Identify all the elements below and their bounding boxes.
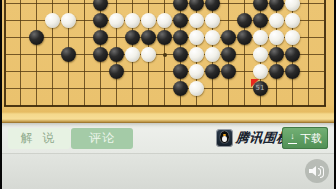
- grid-line-vertical: [324, 0, 326, 106]
- white-stone: [253, 64, 268, 79]
- speaker-cone: [310, 166, 316, 176]
- go-board[interactable]: 51: [0, 0, 336, 123]
- white-stone: [125, 13, 140, 28]
- download-label: 下载: [300, 131, 322, 146]
- move-number-label: 51: [253, 81, 268, 96]
- white-stone: [269, 13, 284, 28]
- brand-logo[interactable]: 腾讯围棋: [216, 128, 290, 148]
- download-button[interactable]: ↓ 下载: [282, 127, 328, 149]
- grid-line-horizontal: [4, 88, 326, 89]
- white-stone: [61, 13, 76, 28]
- penguin-logo-icon: [216, 129, 233, 147]
- white-stone: [125, 47, 140, 62]
- black-stone: [269, 0, 284, 11]
- black-stone: 51: [253, 81, 268, 96]
- white-stone: [45, 13, 60, 28]
- black-stone: [237, 13, 252, 28]
- black-stone: [285, 47, 300, 62]
- white-stone: [205, 47, 220, 62]
- black-stone: [253, 0, 268, 11]
- white-stone: [269, 30, 284, 45]
- penguin-beak: [223, 134, 226, 136]
- white-stone: [285, 13, 300, 28]
- star-point: [163, 53, 167, 57]
- grid-line-vertical: [4, 0, 6, 106]
- white-stone: [189, 13, 204, 28]
- grid-line-vertical: [20, 0, 21, 106]
- white-stone: [189, 64, 204, 79]
- download-icon: ↓: [288, 133, 297, 144]
- left-letterbox-bar: [0, 0, 2, 189]
- black-stone: [109, 64, 124, 79]
- white-stone: [189, 30, 204, 45]
- speaker-icon[interactable]: [305, 159, 329, 183]
- white-stone: [205, 13, 220, 28]
- black-stone: [221, 64, 236, 79]
- white-stone: [189, 47, 204, 62]
- grid-line-vertical: [308, 0, 309, 106]
- white-stone: [141, 13, 156, 28]
- white-stone: [253, 47, 268, 62]
- white-stone: [157, 13, 172, 28]
- black-stone: [253, 13, 268, 28]
- black-stone: [173, 64, 188, 79]
- toolbar: 解 说 评论 腾讯围棋 ↓ 下载: [0, 123, 336, 154]
- black-stone: [269, 64, 284, 79]
- black-stone: [93, 13, 108, 28]
- black-stone: [285, 64, 300, 79]
- black-stone: [61, 47, 76, 62]
- white-stone: [205, 30, 220, 45]
- black-stone: [141, 30, 156, 45]
- black-stone: [189, 0, 204, 11]
- black-stone: [221, 47, 236, 62]
- white-stone: [285, 0, 300, 11]
- black-stone: [93, 30, 108, 45]
- black-stone: [173, 81, 188, 96]
- video-frame: 51 解 说 评论 腾讯围棋 ↓ 下载: [0, 0, 336, 189]
- black-stone: [29, 30, 44, 45]
- download-arrow: ↓: [288, 131, 297, 141]
- black-stone: [109, 47, 124, 62]
- black-stone: [269, 47, 284, 62]
- black-stone: [173, 13, 188, 28]
- white-stone: [189, 81, 204, 96]
- white-stone: [109, 13, 124, 28]
- white-stone: [285, 30, 300, 45]
- speaker-wave-large: [320, 166, 324, 178]
- commentary-button[interactable]: 解 说: [8, 128, 70, 149]
- black-stone: [173, 0, 188, 11]
- white-stone: [141, 47, 156, 62]
- black-stone: [205, 0, 220, 11]
- lower-panel: [0, 154, 336, 189]
- grid-line-horizontal: [4, 105, 326, 107]
- penguin-belly: [222, 136, 227, 142]
- black-stone: [93, 0, 108, 11]
- black-stone: [205, 64, 220, 79]
- black-stone: [157, 30, 172, 45]
- black-stone: [93, 47, 108, 62]
- black-stone: [173, 30, 188, 45]
- black-stone: [221, 30, 236, 45]
- download-tray: [288, 143, 297, 144]
- comments-button[interactable]: 评论: [71, 128, 133, 149]
- black-stone: [173, 47, 188, 62]
- grid-line-vertical: [36, 0, 37, 106]
- black-stone: [237, 30, 252, 45]
- white-stone: [253, 30, 268, 45]
- black-stone: [125, 30, 140, 45]
- grid-line-vertical: [84, 0, 85, 106]
